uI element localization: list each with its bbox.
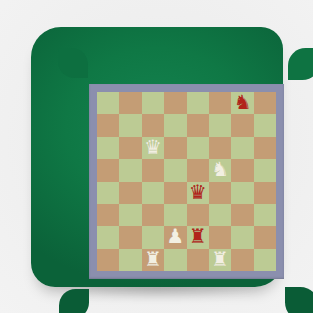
chessboard-grid: ♞♛♞♛♟♜♜♜ xyxy=(97,92,276,271)
piece-white-pawn: ♟ xyxy=(166,226,184,246)
board-square xyxy=(254,137,276,159)
board-square xyxy=(97,92,119,114)
piece-red-rook: ♜ xyxy=(189,226,207,246)
board-square xyxy=(119,226,141,248)
board-square xyxy=(187,114,209,136)
board-square xyxy=(231,114,253,136)
board-square: ♜ xyxy=(187,226,209,248)
board-square xyxy=(231,159,253,181)
board-square xyxy=(254,204,276,226)
piece-red-queen: ♛ xyxy=(189,182,207,202)
board-square xyxy=(119,137,141,159)
board-square xyxy=(97,249,119,271)
pillow-corner-bottom-right xyxy=(285,287,313,313)
board-square xyxy=(187,249,209,271)
pillow-corner-top-right xyxy=(288,48,313,80)
board-square xyxy=(142,204,164,226)
piece-white-rook: ♜ xyxy=(211,249,229,269)
board-square xyxy=(209,182,231,204)
board-square: ♞ xyxy=(209,159,231,181)
board-square xyxy=(187,159,209,181)
board-square: ♟ xyxy=(164,226,186,248)
board-square xyxy=(187,204,209,226)
board-square xyxy=(164,114,186,136)
board-square xyxy=(97,114,119,136)
board-square xyxy=(164,204,186,226)
board-square xyxy=(209,137,231,159)
board-square xyxy=(119,92,141,114)
board-square xyxy=(209,226,231,248)
board-square xyxy=(231,182,253,204)
board-square xyxy=(231,249,253,271)
piece-red-knight: ♞ xyxy=(233,92,251,112)
board-square xyxy=(119,204,141,226)
board-square xyxy=(119,114,141,136)
chessboard-frame: ♞♛♞♛♟♜♜♜ xyxy=(89,84,284,279)
board-square xyxy=(142,92,164,114)
board-square xyxy=(97,226,119,248)
board-square xyxy=(209,114,231,136)
board-square xyxy=(254,182,276,204)
board-square xyxy=(164,182,186,204)
pillow-corner-bottom-left xyxy=(59,289,89,313)
board-square xyxy=(142,114,164,136)
board-square xyxy=(119,182,141,204)
board-square xyxy=(209,204,231,226)
board-square xyxy=(119,159,141,181)
board-square xyxy=(187,137,209,159)
board-square: ♛ xyxy=(187,182,209,204)
board-square xyxy=(209,92,231,114)
board-square xyxy=(164,159,186,181)
board-square: ♜ xyxy=(209,249,231,271)
board-square xyxy=(231,204,253,226)
board-square xyxy=(97,137,119,159)
board-square xyxy=(187,92,209,114)
board-square xyxy=(97,159,119,181)
board-square xyxy=(142,159,164,181)
board-square xyxy=(142,226,164,248)
board-square xyxy=(231,137,253,159)
piece-white-rook: ♜ xyxy=(144,249,162,269)
piece-white-knight: ♞ xyxy=(211,159,229,179)
board-square xyxy=(119,249,141,271)
board-square xyxy=(254,249,276,271)
board-square xyxy=(254,92,276,114)
board-square xyxy=(97,204,119,226)
board-square: ♞ xyxy=(231,92,253,114)
pillow: ♞♛♞♛♟♜♜♜ xyxy=(31,27,283,287)
piece-white-queen: ♛ xyxy=(144,137,162,157)
pillow-corner-top-left xyxy=(58,48,88,78)
board-square xyxy=(97,182,119,204)
board-square xyxy=(254,114,276,136)
board-square xyxy=(164,137,186,159)
board-square xyxy=(164,249,186,271)
board-square xyxy=(164,92,186,114)
board-square xyxy=(231,226,253,248)
board-square xyxy=(142,182,164,204)
board-square xyxy=(254,159,276,181)
board-square: ♜ xyxy=(142,249,164,271)
board-square xyxy=(254,226,276,248)
board-square: ♛ xyxy=(142,137,164,159)
